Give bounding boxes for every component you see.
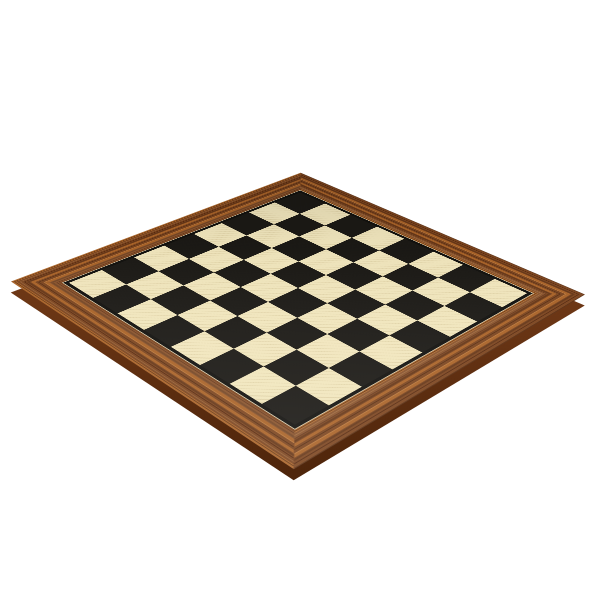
product-photo-background xyxy=(0,0,600,600)
board-face xyxy=(11,173,585,469)
chessboard xyxy=(0,0,600,600)
squares-grid xyxy=(69,192,527,424)
board-top xyxy=(11,173,585,469)
